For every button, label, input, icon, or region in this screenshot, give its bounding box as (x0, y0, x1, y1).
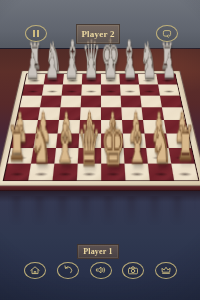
undo-icon (62, 265, 74, 276)
pause-icon (33, 30, 39, 37)
player1-nameplate: Player 1 (77, 244, 119, 259)
bottom-toolbar (24, 262, 177, 280)
sound-button[interactable] (90, 262, 112, 279)
piece-white-bishop[interactable]: ♝ (54, 106, 76, 177)
app-screen: ♜♞♝♛♚♝♞♜♟♟♟♟♟♟♟♟♟♟♟♟♟♟♟♟♜♞♝♛♚♝♞♜ Player … (0, 0, 200, 300)
rotate-view-button[interactable] (156, 25, 178, 42)
piece-white-queen[interactable]: ♛ (78, 106, 100, 177)
player1-label: Player 1 (83, 247, 113, 256)
piece-white-knight[interactable]: ♞ (30, 106, 52, 177)
piece-black-pawn[interactable]: ♟ (63, 36, 81, 93)
crown-icon (160, 265, 172, 276)
player2-label: Player 2 (81, 29, 114, 39)
piece-white-bishop[interactable]: ♝ (126, 106, 148, 177)
speaker-icon (95, 265, 107, 276)
piece-black-pawn[interactable]: ♟ (102, 36, 120, 93)
piece-white-knight[interactable]: ♞ (151, 106, 173, 177)
piece-black-pawn[interactable]: ♟ (24, 36, 42, 93)
pause-button[interactable] (25, 25, 47, 42)
home-button[interactable] (24, 262, 46, 279)
piece-black-pawn[interactable]: ♟ (160, 36, 178, 93)
piece-black-pawn[interactable]: ♟ (121, 36, 139, 93)
player2-nameplate: Player 2 (76, 24, 120, 44)
undo-button[interactable] (57, 262, 79, 279)
camera-button[interactable] (122, 262, 144, 279)
rotate-view-icon (161, 28, 173, 39)
piece-black-pawn[interactable]: ♟ (43, 36, 61, 93)
piece-black-pawn[interactable]: ♟ (141, 36, 159, 93)
piece-white-rook[interactable]: ♜ (6, 106, 28, 177)
camera-icon (127, 265, 139, 276)
home-icon (29, 265, 41, 276)
piece-white-king[interactable]: ♚ (102, 106, 124, 177)
crown-button[interactable] (155, 262, 177, 279)
piece-white-rook[interactable]: ♜ (175, 106, 197, 177)
chess-board[interactable]: ♜♞♝♛♚♝♞♜♟♟♟♟♟♟♟♟♟♟♟♟♟♟♟♟♜♞♝♛♚♝♞♜ (0, 71, 200, 187)
piece-black-pawn[interactable]: ♟ (82, 36, 100, 93)
